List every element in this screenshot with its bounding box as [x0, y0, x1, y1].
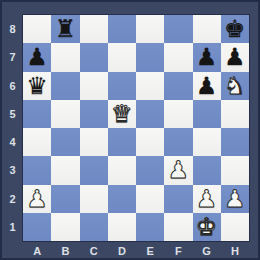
square-c5[interactable] [80, 100, 108, 128]
square-c7[interactable] [80, 43, 108, 71]
square-d4[interactable] [108, 128, 136, 156]
square-f4[interactable] [164, 128, 192, 156]
square-c2[interactable] [80, 185, 108, 213]
square-d6[interactable] [108, 72, 136, 100]
square-b8[interactable]: ♜ [51, 15, 79, 43]
square-b7[interactable] [51, 43, 79, 71]
square-d7[interactable] [108, 43, 136, 71]
file-label-e: E [136, 241, 164, 260]
square-a1[interactable] [23, 213, 51, 241]
square-g5[interactable] [193, 100, 221, 128]
piece-white-queen[interactable]: ♛ [111, 100, 133, 128]
square-e5[interactable] [136, 100, 164, 128]
square-b3[interactable] [51, 156, 79, 184]
square-h5[interactable] [221, 100, 249, 128]
square-a6[interactable]: ♛ [23, 72, 51, 100]
square-f3[interactable]: ♟ [164, 156, 192, 184]
rank-label-6: 6 [2, 72, 23, 100]
square-e2[interactable] [136, 185, 164, 213]
rank-label-5: 5 [2, 100, 23, 128]
square-d5[interactable]: ♛ [108, 100, 136, 128]
board: ♜♚♟♟♟♛♟♞♛♟♟♟♟♚ [23, 15, 249, 241]
square-f5[interactable] [164, 100, 192, 128]
square-f2[interactable] [164, 185, 192, 213]
piece-white-pawn[interactable]: ♟ [168, 156, 190, 184]
piece-black-pawn[interactable]: ♟ [26, 43, 48, 71]
square-b1[interactable] [51, 213, 79, 241]
square-c1[interactable] [80, 213, 108, 241]
square-f8[interactable] [164, 15, 192, 43]
square-g6[interactable]: ♟ [193, 72, 221, 100]
square-a7[interactable]: ♟ [23, 43, 51, 71]
file-label-a: A [23, 241, 51, 260]
file-label-d: D [108, 241, 136, 260]
piece-black-king[interactable]: ♚ [224, 15, 246, 43]
square-g8[interactable] [193, 15, 221, 43]
square-a2[interactable]: ♟ [23, 185, 51, 213]
square-h3[interactable] [221, 156, 249, 184]
square-b2[interactable] [51, 185, 79, 213]
square-e7[interactable] [136, 43, 164, 71]
square-d8[interactable] [108, 15, 136, 43]
chess-diagram: 8 7 6 5 4 3 2 1 ♜♚♟♟♟♛♟♞♛♟♟♟♟♚ A B C D E… [0, 0, 260, 260]
square-d3[interactable] [108, 156, 136, 184]
square-a3[interactable] [23, 156, 51, 184]
piece-white-pawn[interactable]: ♟ [26, 185, 48, 213]
square-f6[interactable] [164, 72, 192, 100]
file-label-h: H [221, 241, 249, 260]
piece-black-pawn[interactable]: ♟ [196, 43, 218, 71]
square-g4[interactable] [193, 128, 221, 156]
square-e4[interactable] [136, 128, 164, 156]
file-label-c: C [80, 241, 108, 260]
square-c3[interactable] [80, 156, 108, 184]
piece-black-pawn[interactable]: ♟ [224, 43, 246, 71]
square-g3[interactable] [193, 156, 221, 184]
piece-black-pawn[interactable]: ♟ [196, 72, 218, 100]
square-a8[interactable] [23, 15, 51, 43]
piece-white-pawn[interactable]: ♟ [224, 185, 246, 213]
square-h4[interactable] [221, 128, 249, 156]
square-d1[interactable] [108, 213, 136, 241]
square-e1[interactable] [136, 213, 164, 241]
piece-black-queen[interactable]: ♛ [26, 72, 48, 100]
square-c8[interactable] [80, 15, 108, 43]
square-h6[interactable]: ♞ [221, 72, 249, 100]
rank-label-2: 2 [2, 185, 23, 213]
square-e3[interactable] [136, 156, 164, 184]
square-g1[interactable]: ♚ [193, 213, 221, 241]
square-c6[interactable] [80, 72, 108, 100]
square-b6[interactable] [51, 72, 79, 100]
rank-label-7: 7 [2, 43, 23, 71]
square-b4[interactable] [51, 128, 79, 156]
square-a4[interactable] [23, 128, 51, 156]
square-f1[interactable] [164, 213, 192, 241]
piece-white-king[interactable]: ♚ [196, 213, 218, 241]
rank-label-8: 8 [2, 15, 23, 43]
file-labels: A B C D E F G H [23, 241, 249, 260]
file-label-f: F [164, 241, 192, 260]
square-g7[interactable]: ♟ [193, 43, 221, 71]
square-g2[interactable]: ♟ [193, 185, 221, 213]
rank-label-3: 3 [2, 156, 23, 184]
piece-white-knight[interactable]: ♞ [224, 72, 246, 100]
square-d2[interactable] [108, 185, 136, 213]
square-h7[interactable]: ♟ [221, 43, 249, 71]
square-c4[interactable] [80, 128, 108, 156]
rank-label-4: 4 [2, 128, 23, 156]
file-label-b: B [51, 241, 79, 260]
square-h2[interactable]: ♟ [221, 185, 249, 213]
square-h8[interactable]: ♚ [221, 15, 249, 43]
piece-white-pawn[interactable]: ♟ [196, 185, 218, 213]
square-h1[interactable] [221, 213, 249, 241]
square-e6[interactable] [136, 72, 164, 100]
square-e8[interactable] [136, 15, 164, 43]
rank-label-1: 1 [2, 213, 23, 241]
piece-black-rook[interactable]: ♜ [55, 15, 77, 43]
rank-labels: 8 7 6 5 4 3 2 1 [2, 15, 23, 241]
square-a5[interactable] [23, 100, 51, 128]
square-b5[interactable] [51, 100, 79, 128]
square-f7[interactable] [164, 43, 192, 71]
file-label-g: G [193, 241, 221, 260]
